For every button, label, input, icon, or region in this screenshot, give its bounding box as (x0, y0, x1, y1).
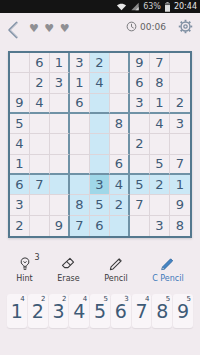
remaining-count: 2 (41, 295, 45, 303)
cell-r3c7[interactable]: 3 (130, 94, 150, 114)
remaining-count: 2 (62, 295, 66, 303)
numpad-key-5[interactable]: 55 (90, 294, 110, 328)
numpad-key-4[interactable]: 44 (69, 294, 89, 328)
cell-r7c4[interactable] (70, 175, 90, 195)
cell-r3c8[interactable]: 1 (150, 94, 170, 114)
cell-r8c1[interactable]: 3 (10, 195, 30, 215)
cell-r5c5[interactable] (90, 134, 110, 154)
cell-r8c5[interactable]: 5 (90, 195, 110, 215)
cell-r6c7[interactable] (130, 155, 150, 175)
c-pencil-button[interactable]: C Pencil (152, 255, 184, 283)
cell-r3c3[interactable] (50, 94, 70, 114)
cell-r7c8[interactable]: 2 (150, 175, 170, 195)
cell-r9c8[interactable]: 3 (150, 216, 170, 236)
remaining-count: 5 (103, 295, 107, 303)
c-pencil-label: C Pencil (152, 274, 184, 283)
erase-label: Erase (57, 274, 79, 283)
cell-r2c8[interactable]: 8 (150, 73, 170, 93)
back-button[interactable] (4, 19, 22, 41)
cell-r1c2[interactable]: 6 (30, 53, 50, 73)
cell-r7c5[interactable]: 3 (90, 175, 110, 195)
pencil-button[interactable]: Pencil (104, 255, 127, 283)
status-bar: 63% 20:44 (0, 0, 200, 13)
cell-r2c9[interactable] (170, 73, 190, 93)
numpad-key-7[interactable]: 47 (132, 294, 152, 328)
sudoku-app-screen: 63% 20:44 ♥ ♥ ♥ 00:06 (0, 0, 200, 355)
cell-r4c5[interactable] (90, 114, 110, 134)
lightbulb-icon (17, 255, 33, 273)
cell-r8c9[interactable]: 9 (170, 195, 190, 215)
cell-r5c2[interactable] (30, 134, 50, 154)
cell-r5c9[interactable] (170, 134, 190, 154)
cell-r6c8[interactable]: 5 (150, 155, 170, 175)
hint-button[interactable]: 3 Hint (16, 255, 32, 283)
cell-r4c3[interactable] (50, 114, 70, 134)
cell-r3c5[interactable] (90, 94, 110, 114)
cell-r3c1[interactable]: 9 (10, 94, 30, 114)
cell-r3c4[interactable]: 6 (70, 94, 90, 114)
cell-r5c7[interactable]: 2 (130, 134, 150, 154)
cell-r9c3[interactable]: 9 (50, 216, 70, 236)
remaining-count: 5 (187, 295, 191, 303)
cell-r6c2[interactable] (30, 155, 50, 175)
cell-r4c9[interactable]: 3 (170, 114, 190, 134)
sudoku-board: 6132972314689463125843421657673452138527… (8, 51, 192, 238)
cell-r6c9[interactable]: 7 (170, 155, 190, 175)
cell-r6c4[interactable] (70, 155, 90, 175)
signal-icon (130, 2, 140, 11)
game-header: ♥ ♥ ♥ 00:06 (0, 13, 200, 49)
cell-r3c2[interactable]: 4 (30, 94, 50, 114)
cell-r8c2[interactable] (30, 195, 50, 215)
cell-r6c6[interactable]: 6 (110, 155, 130, 175)
cell-r1c9[interactable] (170, 53, 190, 73)
status-time: 20:44 (174, 0, 197, 13)
cell-r8c6[interactable]: 2 (110, 195, 130, 215)
cell-r7c2[interactable]: 7 (30, 175, 50, 195)
numpad-key-3[interactable]: 23 (49, 294, 69, 328)
cell-r6c3[interactable] (50, 155, 70, 175)
cell-r9c9[interactable]: 8 (170, 216, 190, 236)
cell-r5c6[interactable] (110, 134, 130, 154)
hint-label: Hint (16, 274, 32, 283)
cell-r1c5[interactable]: 2 (90, 53, 110, 73)
cell-r7c6[interactable]: 4 (110, 175, 130, 195)
cell-r4c7[interactable] (130, 114, 150, 134)
battery-percent: 63% (143, 0, 161, 13)
cell-r6c5[interactable] (90, 155, 110, 175)
cell-r7c1[interactable]: 6 (10, 175, 30, 195)
cell-r4c8[interactable]: 4 (150, 114, 170, 134)
remaining-count: 4 (83, 295, 87, 303)
cell-r1c3[interactable]: 1 (50, 53, 70, 73)
cell-r1c4[interactable]: 3 (70, 53, 90, 73)
remaining-count: 4 (145, 295, 149, 303)
lives-hearts-icon: ♥ ♥ ♥ (29, 22, 71, 35)
number-pad: 412223445536475859 (7, 294, 193, 328)
cell-r9c4[interactable]: 7 (70, 216, 90, 236)
numpad-key-9[interactable]: 59 (173, 294, 193, 328)
cell-r7c9[interactable]: 1 (170, 175, 190, 195)
cell-r4c4[interactable] (70, 114, 90, 134)
cell-r4c1[interactable]: 5 (10, 114, 30, 134)
remaining-count: 5 (166, 295, 170, 303)
cell-r5c4[interactable] (70, 134, 90, 154)
cell-r9c1[interactable]: 2 (10, 216, 30, 236)
cell-r1c7[interactable]: 9 (130, 53, 150, 73)
cell-r4c2[interactable] (30, 114, 50, 134)
pencil-filled-icon (158, 255, 177, 273)
pencil-icon (107, 255, 125, 273)
battery-icon (164, 2, 171, 12)
cell-r2c5[interactable]: 4 (90, 73, 110, 93)
erase-button[interactable]: Erase (57, 255, 79, 283)
timer: 00:06 (126, 21, 166, 32)
cell-r4c6[interactable]: 8 (110, 114, 130, 134)
cell-r1c8[interactable]: 7 (150, 53, 170, 73)
cell-r8c7[interactable]: 7 (130, 195, 150, 215)
cell-r1c6[interactable] (110, 53, 130, 73)
cell-r3c9[interactable]: 2 (170, 94, 190, 114)
cell-r9c2[interactable] (30, 216, 50, 236)
settings-gear-icon[interactable] (177, 18, 194, 35)
numpad-key-2[interactable]: 22 (28, 294, 48, 328)
cell-r6c1[interactable]: 1 (10, 155, 30, 175)
pencil-label: Pencil (104, 274, 127, 283)
cell-r9c6[interactable] (110, 216, 130, 236)
timer-value: 00:06 (140, 22, 166, 32)
cell-r8c3[interactable] (50, 195, 70, 215)
cell-r5c8[interactable] (150, 134, 170, 154)
cell-r2c1[interactable] (10, 73, 30, 93)
cell-r2c4[interactable]: 1 (70, 73, 90, 93)
cell-r5c3[interactable] (50, 134, 70, 154)
cell-r8c8[interactable] (150, 195, 170, 215)
remaining-count: 4 (20, 295, 24, 303)
cell-r7c3[interactable] (50, 175, 70, 195)
cell-r5c1[interactable]: 4 (10, 134, 30, 154)
clock-icon (126, 21, 137, 32)
remaining-count: 3 (124, 295, 128, 303)
cell-r2c6[interactable] (110, 73, 130, 93)
cell-r9c5[interactable]: 6 (90, 216, 110, 236)
cell-r1c1[interactable] (10, 53, 30, 73)
numpad-key-1[interactable]: 41 (7, 294, 27, 328)
eraser-icon (59, 255, 77, 273)
numpad-key-6[interactable]: 36 (111, 294, 131, 328)
cell-r2c7[interactable]: 6 (130, 73, 150, 93)
wifi-icon (116, 2, 127, 11)
cell-r3c6[interactable] (110, 94, 130, 114)
cell-r8c4[interactable]: 8 (70, 195, 90, 215)
toolbar: 3 Hint Erase Pencil (0, 255, 200, 287)
cell-r9c7[interactable] (130, 216, 150, 236)
hint-count-badge: 3 (34, 253, 39, 262)
cell-r2c2[interactable]: 2 (30, 73, 50, 93)
cell-r7c7[interactable]: 5 (130, 175, 150, 195)
cell-r2c3[interactable]: 3 (50, 73, 70, 93)
numpad-key-8[interactable]: 58 (152, 294, 172, 328)
